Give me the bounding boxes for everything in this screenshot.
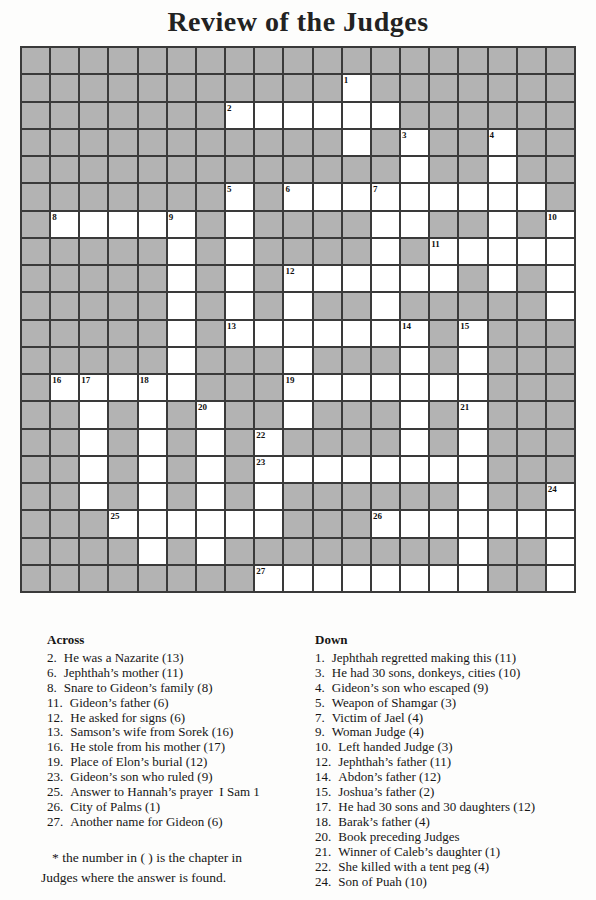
block-cell (109, 184, 136, 209)
answer-cell[interactable]: 24 (547, 484, 574, 509)
block-cell (343, 239, 370, 264)
answer-cell[interactable] (489, 511, 516, 536)
answer-cell[interactable] (284, 103, 311, 128)
answer-cell[interactable] (430, 511, 457, 536)
answer-cell[interactable] (459, 430, 486, 455)
clue-text: Another name for Gideon (6) (70, 815, 302, 830)
answer-cell[interactable] (226, 239, 253, 264)
block-cell (226, 348, 253, 373)
answer-cell[interactable] (459, 484, 486, 509)
answer-cell[interactable] (372, 266, 399, 291)
answer-cell[interactable] (284, 348, 311, 373)
answer-cell[interactable] (314, 103, 341, 128)
block-cell (343, 212, 370, 237)
block-cell (109, 430, 136, 455)
clue-number-label: 2. (47, 651, 57, 666)
answer-cell[interactable]: 8 (51, 212, 78, 237)
answer-cell[interactable] (430, 457, 457, 482)
answer-cell[interactable] (489, 184, 516, 209)
block-cell (139, 157, 166, 182)
answer-cell[interactable] (197, 430, 224, 455)
block-cell (518, 430, 545, 455)
answer-cell[interactable] (547, 566, 574, 591)
block-cell (197, 239, 224, 264)
block-cell (343, 430, 370, 455)
answer-cell[interactable]: 3 (401, 130, 428, 155)
clue-text: Book preceding Judges (338, 830, 590, 845)
clue-number-21: 21 (460, 402, 469, 412)
clue: 19.Place of Elon’s burial (12) (47, 755, 302, 770)
block-cell (197, 103, 224, 128)
block-cell (22, 184, 49, 209)
answer-cell[interactable]: 13 (226, 321, 253, 346)
answer-cell[interactable] (314, 375, 341, 400)
block-cell (226, 157, 253, 182)
answer-cell[interactable] (80, 402, 107, 427)
clue-number-label: 17. (315, 800, 331, 815)
answer-cell[interactable]: 11 (430, 239, 457, 264)
clue-number-13: 13 (227, 321, 236, 331)
block-cell (80, 103, 107, 128)
block-cell (168, 457, 195, 482)
clue-number-label: 4. (315, 681, 325, 696)
block-cell (109, 566, 136, 591)
answer-cell[interactable] (547, 266, 574, 291)
block-cell (226, 457, 253, 482)
clue-number-26: 26 (373, 511, 382, 521)
answer-cell[interactable] (459, 566, 486, 591)
answer-cell[interactable] (197, 511, 224, 536)
clue-text: Left handed Judge (3) (338, 740, 590, 755)
block-cell (372, 402, 399, 427)
answer-cell[interactable] (255, 321, 282, 346)
answer-cell[interactable] (401, 402, 428, 427)
block-cell (197, 375, 224, 400)
answer-cell[interactable] (401, 457, 428, 482)
answer-cell[interactable] (489, 157, 516, 182)
answer-cell[interactable] (401, 157, 428, 182)
answer-cell[interactable] (226, 212, 253, 237)
answer-cell[interactable] (284, 321, 311, 346)
answer-cell[interactable] (459, 375, 486, 400)
answer-cell[interactable] (314, 566, 341, 591)
block-cell (139, 184, 166, 209)
block-cell (22, 430, 49, 455)
clue: 5.Weapon of Shamgar (3) (315, 696, 590, 711)
answer-cell[interactable] (518, 184, 545, 209)
block-cell (109, 321, 136, 346)
clue: 3.He had 30 sons, donkeys, cities (10) (315, 666, 590, 681)
answer-cell[interactable] (401, 266, 428, 291)
answer-cell[interactable] (518, 511, 545, 536)
block-cell (518, 566, 545, 591)
block-cell (284, 511, 311, 536)
answer-cell[interactable]: 9 (168, 212, 195, 237)
clue-number-15: 15 (460, 321, 469, 331)
clue-text: Abdon’s father (12) (338, 770, 590, 785)
answer-cell[interactable] (168, 321, 195, 346)
answer-cell[interactable] (430, 566, 457, 591)
answer-cell[interactable]: 20 (197, 402, 224, 427)
clue-number-8: 8 (52, 212, 57, 222)
block-cell (197, 566, 224, 591)
clue-number-label: 23. (47, 770, 63, 785)
answer-cell[interactable] (255, 484, 282, 509)
block-cell (518, 348, 545, 373)
block-cell (255, 239, 282, 264)
block-cell (255, 75, 282, 100)
answer-cell[interactable] (430, 184, 457, 209)
clue-text: Gideon’s son who escaped (9) (332, 681, 590, 696)
answer-cell[interactable] (372, 239, 399, 264)
clue-text: Samson’s wife from Sorek (16) (70, 725, 302, 740)
answer-cell[interactable] (489, 212, 516, 237)
clue-number-3: 3 (402, 130, 407, 140)
clue-number-22: 22 (256, 430, 265, 440)
block-cell (197, 157, 224, 182)
block-cell (139, 239, 166, 264)
answer-cell[interactable]: 7 (372, 184, 399, 209)
block-cell (168, 430, 195, 455)
block-cell (226, 539, 253, 564)
block-cell (314, 212, 341, 237)
block-cell (51, 48, 78, 73)
block-cell (255, 293, 282, 318)
block-cell (547, 75, 574, 100)
answer-cell[interactable] (284, 457, 311, 482)
answer-cell[interactable] (284, 402, 311, 427)
answer-cell[interactable] (168, 293, 195, 318)
answer-cell[interactable] (80, 457, 107, 482)
block-cell (80, 48, 107, 73)
answer-cell[interactable] (255, 103, 282, 128)
answer-cell[interactable] (372, 375, 399, 400)
answer-cell[interactable] (109, 375, 136, 400)
block-cell (255, 539, 282, 564)
block-cell (80, 75, 107, 100)
answer-cell[interactable] (489, 266, 516, 291)
answer-cell[interactable] (139, 539, 166, 564)
answer-cell[interactable]: 14 (401, 321, 428, 346)
answer-cell[interactable] (80, 430, 107, 455)
block-cell (51, 75, 78, 100)
block-cell (489, 430, 516, 455)
answer-cell[interactable] (255, 511, 282, 536)
answer-cell[interactable] (372, 566, 399, 591)
clue: 11.Gideon’s father (6) (47, 696, 302, 711)
block-cell (168, 48, 195, 73)
clue-number-label: 18. (315, 815, 331, 830)
answer-cell[interactable] (343, 566, 370, 591)
answer-cell[interactable] (459, 511, 486, 536)
block-cell (430, 75, 457, 100)
answer-cell[interactable] (343, 457, 370, 482)
answer-cell[interactable]: 12 (284, 266, 311, 291)
answer-cell[interactable] (459, 457, 486, 482)
down-clue-list: 1.Jephthah regretted making this (11)3.H… (315, 651, 590, 890)
block-cell (51, 484, 78, 509)
block-cell (343, 348, 370, 373)
block-cell (314, 239, 341, 264)
answer-cell[interactable] (401, 430, 428, 455)
block-cell (255, 184, 282, 209)
clue-number-16: 16 (52, 375, 61, 385)
answer-cell[interactable] (547, 239, 574, 264)
answer-cell[interactable] (518, 239, 545, 264)
answer-cell[interactable] (139, 484, 166, 509)
clue: 20.Book preceding Judges (315, 830, 590, 845)
block-cell (430, 430, 457, 455)
answer-cell[interactable] (372, 321, 399, 346)
answer-cell[interactable] (547, 293, 574, 318)
block-cell (343, 539, 370, 564)
clue-number-label: 12. (315, 755, 331, 770)
block-cell (459, 293, 486, 318)
block-cell (401, 75, 428, 100)
answer-cell[interactable] (459, 348, 486, 373)
block-cell (168, 103, 195, 128)
block-cell (518, 212, 545, 237)
answer-cell[interactable] (401, 184, 428, 209)
crossword-grid: 1234567891011121314151617181920212223242… (20, 46, 576, 593)
block-cell (109, 48, 136, 73)
block-cell (314, 484, 341, 509)
answer-cell[interactable]: 6 (284, 184, 311, 209)
answer-cell[interactable] (459, 539, 486, 564)
block-cell (518, 457, 545, 482)
block-cell (372, 484, 399, 509)
answer-cell[interactable] (80, 484, 107, 509)
answer-cell[interactable] (284, 566, 311, 591)
block-cell (255, 266, 282, 291)
block-cell (51, 539, 78, 564)
block-cell (459, 266, 486, 291)
block-cell (168, 539, 195, 564)
block-cell (80, 511, 107, 536)
answer-cell[interactable] (197, 457, 224, 482)
block-cell (547, 430, 574, 455)
answer-cell[interactable]: 19 (284, 375, 311, 400)
block-cell (226, 75, 253, 100)
block-cell (22, 239, 49, 264)
clue-text: Place of Elon’s burial (12) (70, 755, 302, 770)
block-cell (109, 457, 136, 482)
clue-text: Joshua’s father (2) (338, 785, 590, 800)
answer-cell[interactable] (459, 239, 486, 264)
clue-number-label: 8. (47, 681, 57, 696)
answer-cell[interactable] (168, 511, 195, 536)
block-cell (109, 266, 136, 291)
clue-number-5: 5 (227, 184, 232, 194)
block-cell (197, 130, 224, 155)
answer-cell[interactable] (139, 457, 166, 482)
answer-cell[interactable] (343, 130, 370, 155)
block-cell (459, 157, 486, 182)
block-cell (401, 103, 428, 128)
block-cell (401, 48, 428, 73)
block-cell (109, 293, 136, 318)
block-cell (314, 430, 341, 455)
answer-cell[interactable]: 23 (255, 457, 282, 482)
answer-cell[interactable] (401, 511, 428, 536)
clue-text: Answer to Hannah’s prayer I Sam 1 (70, 785, 302, 800)
block-cell (314, 511, 341, 536)
block-cell (401, 484, 428, 509)
answer-cell[interactable] (372, 457, 399, 482)
clue-text: Woman Judge (4) (332, 725, 590, 740)
answer-cell[interactable]: 10 (547, 212, 574, 237)
answer-cell[interactable] (343, 321, 370, 346)
clue-number-label: 26. (47, 800, 63, 815)
answer-cell[interactable] (547, 539, 574, 564)
block-cell (109, 103, 136, 128)
clue: 25.Answer to Hannah’s prayer I Sam 1 (47, 785, 302, 800)
block-cell (372, 48, 399, 73)
answer-cell[interactable] (226, 293, 253, 318)
answer-cell[interactable] (343, 375, 370, 400)
answer-cell[interactable] (547, 511, 574, 536)
answer-cell[interactable] (314, 184, 341, 209)
answer-cell[interactable] (80, 212, 107, 237)
answer-cell[interactable] (343, 103, 370, 128)
block-cell (518, 48, 545, 73)
clue-number-12: 12 (285, 266, 294, 276)
block-cell (168, 184, 195, 209)
clue-text: Jephthah’s father (11) (338, 755, 590, 770)
block-cell (109, 484, 136, 509)
clue-number-10: 10 (548, 212, 557, 222)
answer-cell[interactable]: 4 (489, 130, 516, 155)
block-cell (80, 566, 107, 591)
answer-cell[interactable] (314, 266, 341, 291)
block-cell (51, 184, 78, 209)
block-cell (226, 48, 253, 73)
block-cell (197, 48, 224, 73)
block-cell (22, 212, 49, 237)
answer-cell[interactable] (284, 293, 311, 318)
block-cell (51, 566, 78, 591)
block-cell (489, 457, 516, 482)
block-cell (22, 75, 49, 100)
answer-cell[interactable] (343, 266, 370, 291)
answer-cell[interactable] (168, 375, 195, 400)
clue-text: Gideon’s father (6) (70, 696, 302, 711)
clue-number-11: 11 (431, 239, 440, 249)
block-cell (80, 157, 107, 182)
block-cell (372, 348, 399, 373)
block-cell (489, 375, 516, 400)
block-cell (489, 293, 516, 318)
clue: 18.Barak’s father (4) (315, 815, 590, 830)
block-cell (284, 212, 311, 237)
block-cell (518, 293, 545, 318)
block-cell (51, 130, 78, 155)
block-cell (226, 430, 253, 455)
answer-cell[interactable] (139, 212, 166, 237)
answer-cell[interactable]: 15 (459, 321, 486, 346)
block-cell (430, 212, 457, 237)
answer-cell[interactable]: 18 (139, 375, 166, 400)
clue-text: Barak’s father (4) (338, 815, 590, 830)
answer-cell[interactable]: 2 (226, 103, 253, 128)
answer-cell[interactable] (372, 212, 399, 237)
answer-cell[interactable] (343, 184, 370, 209)
answer-cell[interactable] (401, 212, 428, 237)
answer-cell[interactable] (314, 457, 341, 482)
answer-cell[interactable]: 27 (255, 566, 282, 591)
answer-cell[interactable]: 25 (109, 511, 136, 536)
answer-cell[interactable] (226, 511, 253, 536)
block-cell (197, 348, 224, 373)
block-cell (139, 266, 166, 291)
block-cell (489, 484, 516, 509)
answer-cell[interactable] (139, 402, 166, 427)
answer-cell[interactable] (314, 321, 341, 346)
answer-cell[interactable] (197, 484, 224, 509)
clue-number-18: 18 (140, 375, 149, 385)
block-cell (518, 484, 545, 509)
block-cell (314, 48, 341, 73)
block-cell (372, 130, 399, 155)
block-cell (430, 293, 457, 318)
answer-cell[interactable] (168, 348, 195, 373)
block-cell (51, 511, 78, 536)
answer-cell[interactable]: 22 (255, 430, 282, 455)
block-cell (284, 130, 311, 155)
block-cell (518, 539, 545, 564)
answer-cell[interactable] (372, 103, 399, 128)
answer-cell[interactable]: 1 (343, 75, 370, 100)
clue-text: Jephthah’s mother (11) (64, 666, 302, 681)
answer-cell[interactable] (168, 266, 195, 291)
answer-cell[interactable] (139, 430, 166, 455)
answer-cell[interactable] (139, 511, 166, 536)
clue-number-label: 12. (47, 711, 63, 726)
block-cell (51, 430, 78, 455)
answer-cell[interactable] (401, 375, 428, 400)
answer-cell[interactable] (168, 239, 195, 264)
answer-cell[interactable] (430, 266, 457, 291)
answer-cell[interactable]: 26 (372, 511, 399, 536)
answer-cell[interactable] (226, 266, 253, 291)
answer-cell[interactable] (401, 348, 428, 373)
answer-cell[interactable]: 21 (459, 402, 486, 427)
answer-cell[interactable]: 17 (80, 375, 107, 400)
clue: 2.He was a Nazarite (13) (47, 651, 302, 666)
block-cell (518, 321, 545, 346)
answer-cell[interactable] (401, 566, 428, 591)
answer-cell[interactable] (372, 293, 399, 318)
answer-cell[interactable] (109, 212, 136, 237)
answer-cell[interactable]: 5 (226, 184, 253, 209)
block-cell (430, 348, 457, 373)
answer-cell[interactable]: 16 (51, 375, 78, 400)
answer-cell[interactable] (430, 375, 457, 400)
clue-number-25: 25 (110, 511, 119, 521)
answer-cell[interactable] (197, 539, 224, 564)
clue-text: Son of Puah (10) (338, 875, 590, 890)
block-cell (255, 48, 282, 73)
clue-text: He stole from his mother (17) (70, 740, 302, 755)
block-cell (255, 157, 282, 182)
clue: 27.Another name for Gideon (6) (47, 815, 302, 830)
answer-cell[interactable] (459, 184, 486, 209)
clue-text: Snare to Gideon’s family (8) (64, 681, 302, 696)
clue-number-1: 1 (344, 75, 349, 85)
clue: 8.Snare to Gideon’s family (8) (47, 681, 302, 696)
block-cell (22, 539, 49, 564)
answer-cell[interactable] (489, 239, 516, 264)
